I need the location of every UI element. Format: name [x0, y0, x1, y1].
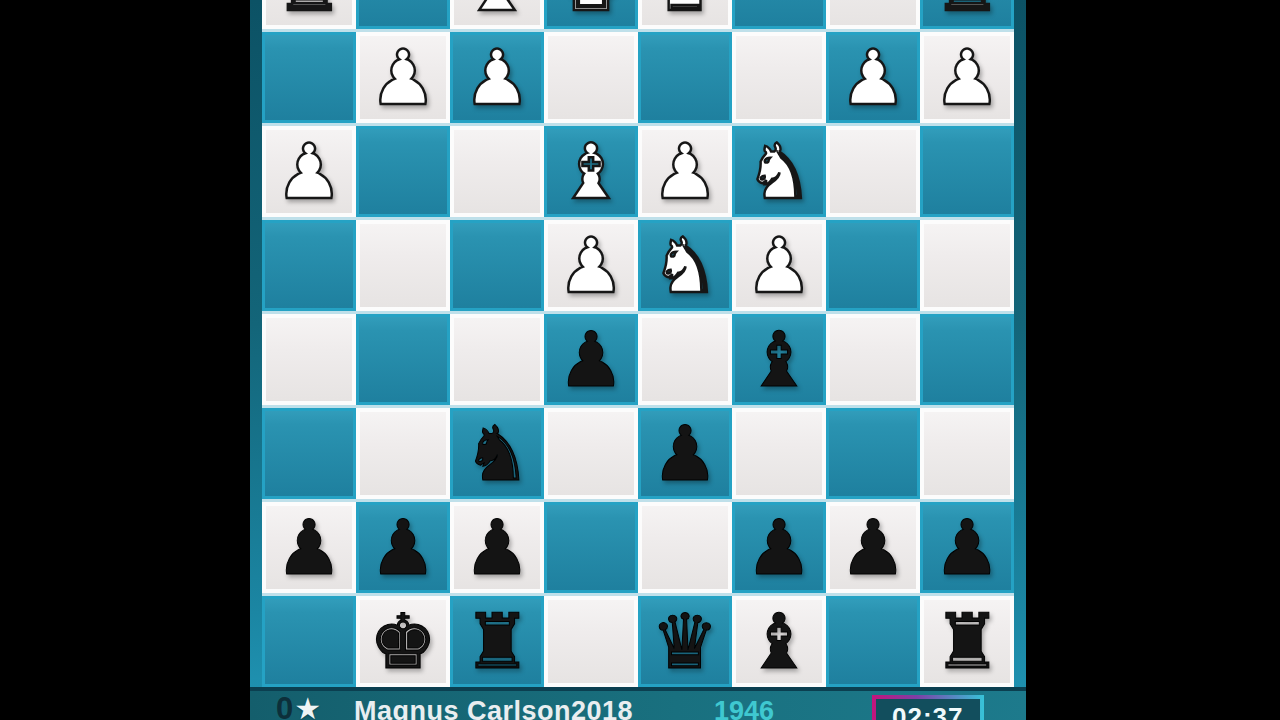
square-h7[interactable]: ♟: [262, 502, 356, 593]
square-f8[interactable]: ♜: [450, 596, 544, 687]
piece-black-knight[interactable]: ♞: [463, 408, 531, 499]
piece-white-pawn[interactable]: ♟: [651, 126, 719, 217]
square-h6[interactable]: [262, 408, 356, 499]
square-a5[interactable]: [920, 314, 1014, 405]
square-h1[interactable]: ♜: [262, 0, 356, 29]
piece-white-rook[interactable]: ♜: [933, 0, 1001, 29]
square-d8[interactable]: ♛: [638, 596, 732, 687]
piece-black-king[interactable]: ♚: [369, 596, 437, 687]
square-d1[interactable]: ♛: [638, 0, 732, 29]
square-a1[interactable]: ♜: [920, 0, 1014, 29]
piece-white-pawn[interactable]: ♟: [275, 126, 343, 217]
square-e8[interactable]: [544, 596, 638, 687]
piece-white-rook[interactable]: ♜: [275, 0, 343, 29]
square-e6[interactable]: [544, 408, 638, 499]
piece-white-knight[interactable]: ♞: [745, 126, 813, 217]
square-b6[interactable]: [826, 408, 920, 499]
square-b2[interactable]: ♟: [826, 32, 920, 123]
piece-black-bishop[interactable]: ♝: [745, 314, 813, 405]
square-b7[interactable]: ♟: [826, 502, 920, 593]
square-e1[interactable]: ♚: [544, 0, 638, 29]
piece-white-king[interactable]: ♚: [557, 0, 625, 29]
square-e7[interactable]: [544, 502, 638, 593]
square-e5[interactable]: ♟: [544, 314, 638, 405]
square-h8[interactable]: [262, 596, 356, 687]
piece-black-bishop[interactable]: ♝: [745, 596, 813, 687]
square-e2[interactable]: [544, 32, 638, 123]
screenshot-root: ♜♝♚♛♜♟♟♟♟♟♝♟♞♟♞♟♟♝♞♟♟♟♟♟♟♟♚♜♛♝♜ 0 ★ Magn…: [0, 0, 1280, 720]
square-b5[interactable]: [826, 314, 920, 405]
piece-white-pawn[interactable]: ♟: [369, 32, 437, 123]
square-d5[interactable]: [638, 314, 732, 405]
chess-app-viewport: ♜♝♚♛♜♟♟♟♟♟♝♟♞♟♞♟♟♝♞♟♟♟♟♟♟♟♚♜♛♝♜ 0 ★ Magn…: [250, 0, 1026, 720]
piece-white-queen[interactable]: ♛: [651, 0, 719, 29]
piece-black-pawn[interactable]: ♟: [933, 502, 1001, 593]
square-c2[interactable]: [732, 32, 826, 123]
piece-black-pawn[interactable]: ♟: [369, 502, 437, 593]
square-h2[interactable]: [262, 32, 356, 123]
square-c7[interactable]: ♟: [732, 502, 826, 593]
square-c5[interactable]: ♝: [732, 314, 826, 405]
square-c6[interactable]: [732, 408, 826, 499]
piece-black-rook[interactable]: ♜: [933, 596, 1001, 687]
square-f1[interactable]: ♝: [450, 0, 544, 29]
player-clock-time: 02:37: [876, 699, 980, 720]
piece-black-pawn[interactable]: ♟: [745, 502, 813, 593]
piece-white-pawn[interactable]: ♟: [839, 32, 907, 123]
piece-white-pawn[interactable]: ♟: [933, 32, 1001, 123]
square-b3[interactable]: [826, 126, 920, 217]
square-d3[interactable]: ♟: [638, 126, 732, 217]
piece-black-queen[interactable]: ♛: [651, 596, 719, 687]
square-f7[interactable]: ♟: [450, 502, 544, 593]
player-level: 0 ★: [276, 694, 321, 720]
square-h5[interactable]: [262, 314, 356, 405]
player-name: Magnus Carlson2018: [354, 696, 633, 720]
square-d2[interactable]: [638, 32, 732, 123]
piece-black-pawn[interactable]: ♟: [275, 502, 343, 593]
player-clock: 02:37: [872, 695, 984, 720]
square-g1[interactable]: [356, 0, 450, 29]
square-g4[interactable]: [356, 220, 450, 311]
square-a3[interactable]: [920, 126, 1014, 217]
square-a6[interactable]: [920, 408, 1014, 499]
square-f6[interactable]: ♞: [450, 408, 544, 499]
square-g2[interactable]: ♟: [356, 32, 450, 123]
piece-white-pawn[interactable]: ♟: [745, 220, 813, 311]
square-e3[interactable]: ♝: [544, 126, 638, 217]
piece-black-rook[interactable]: ♜: [463, 596, 531, 687]
square-c3[interactable]: ♞: [732, 126, 826, 217]
piece-black-pawn[interactable]: ♟: [839, 502, 907, 593]
square-g7[interactable]: ♟: [356, 502, 450, 593]
square-d4[interactable]: ♞: [638, 220, 732, 311]
square-g6[interactable]: [356, 408, 450, 499]
piece-white-pawn[interactable]: ♟: [463, 32, 531, 123]
piece-black-pawn[interactable]: ♟: [463, 502, 531, 593]
square-a8[interactable]: ♜: [920, 596, 1014, 687]
square-c1[interactable]: [732, 0, 826, 29]
player-rating: 1946: [714, 696, 774, 720]
square-a2[interactable]: ♟: [920, 32, 1014, 123]
piece-white-pawn[interactable]: ♟: [557, 220, 625, 311]
square-f3[interactable]: [450, 126, 544, 217]
piece-white-bishop[interactable]: ♝: [557, 126, 625, 217]
square-g3[interactable]: [356, 126, 450, 217]
square-c4[interactable]: ♟: [732, 220, 826, 311]
square-f5[interactable]: [450, 314, 544, 405]
square-f2[interactable]: ♟: [450, 32, 544, 123]
square-g8[interactable]: ♚: [356, 596, 450, 687]
player-level-number: 0: [276, 694, 293, 720]
square-a4[interactable]: [920, 220, 1014, 311]
piece-white-knight[interactable]: ♞: [651, 220, 719, 311]
square-b8[interactable]: [826, 596, 920, 687]
square-d7[interactable]: [638, 502, 732, 593]
square-f4[interactable]: [450, 220, 544, 311]
square-e4[interactable]: ♟: [544, 220, 638, 311]
chess-board[interactable]: ♜♝♚♛♜♟♟♟♟♟♝♟♞♟♞♟♟♝♞♟♟♟♟♟♟♟♚♜♛♝♜: [262, 0, 1014, 690]
piece-black-pawn[interactable]: ♟: [651, 408, 719, 499]
square-c8[interactable]: ♝: [732, 596, 826, 687]
square-b4[interactable]: [826, 220, 920, 311]
square-a7[interactable]: ♟: [920, 502, 1014, 593]
square-h3[interactable]: ♟: [262, 126, 356, 217]
square-d6[interactable]: ♟: [638, 408, 732, 499]
piece-black-pawn[interactable]: ♟: [557, 314, 625, 405]
square-g5[interactable]: [356, 314, 450, 405]
piece-white-bishop[interactable]: ♝: [463, 0, 531, 29]
player-bar: 0 ★ Magnus Carlson2018 1946 02:37: [250, 687, 1026, 720]
square-h4[interactable]: [262, 220, 356, 311]
square-b1[interactable]: [826, 0, 920, 29]
star-icon: ★: [294, 694, 321, 720]
